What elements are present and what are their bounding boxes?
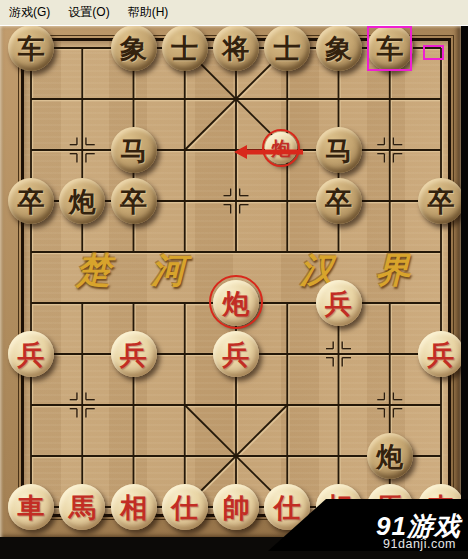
piece-red-soldier[interactable]: 兵 <box>111 331 157 377</box>
piece-black-horse[interactable]: 马 <box>111 127 157 173</box>
piece-red-chariot[interactable]: 車 <box>8 484 54 530</box>
piece-black-elephant[interactable]: 象 <box>111 25 157 71</box>
piece-red-soldier[interactable]: 兵 <box>213 331 259 377</box>
watermark-site: 91danji.com <box>383 537 456 551</box>
river-label-right: 汉 界 <box>300 247 424 294</box>
screen-edge-right <box>461 25 468 559</box>
piece-black-soldier[interactable]: 卒 <box>316 178 362 224</box>
piece-black-elephant[interactable]: 象 <box>316 25 362 71</box>
piece-red-cannon[interactable]: 炮 <box>213 280 259 326</box>
piece-red-soldier[interactable]: 兵 <box>316 280 362 326</box>
piece-red-soldier[interactable]: 兵 <box>8 331 54 377</box>
piece-black-advisor[interactable]: 士 <box>264 25 310 71</box>
river-label-left: 楚 河 <box>76 247 200 294</box>
piece-black-horse[interactable]: 马 <box>316 127 362 173</box>
piece-black-chariot[interactable]: 车 <box>367 25 413 71</box>
piece-black-advisor[interactable]: 士 <box>162 25 208 71</box>
piece-black-chariot[interactable]: 车 <box>8 25 54 71</box>
piece-red-soldier[interactable]: 兵 <box>418 331 464 377</box>
piece-black-cannon[interactable]: 炮 <box>59 178 105 224</box>
piece-black-general[interactable]: 将 <box>213 25 259 71</box>
piece-black-soldier[interactable]: 卒 <box>8 178 54 224</box>
piece-black-soldier[interactable]: 卒 <box>418 178 464 224</box>
piece-red-horse[interactable]: 馬 <box>59 484 105 530</box>
menu-item-help[interactable]: 帮助(H) <box>119 1 178 24</box>
piece-red-general[interactable]: 帥 <box>213 484 259 530</box>
menu-item-game[interactable]: 游戏(G) <box>0 1 59 24</box>
menu-bar: 游戏(G) 设置(O) 帮助(H) <box>0 0 468 26</box>
piece-red-elephant[interactable]: 相 <box>111 484 157 530</box>
piece-red-cannon-animating[interactable]: 炮 <box>265 132 297 164</box>
piece-red-advisor[interactable]: 仕 <box>162 484 208 530</box>
menu-item-settings[interactable]: 设置(O) <box>59 1 118 24</box>
piece-black-soldier[interactable]: 卒 <box>111 178 157 224</box>
piece-black-cannon[interactable]: 炮 <box>367 433 413 479</box>
